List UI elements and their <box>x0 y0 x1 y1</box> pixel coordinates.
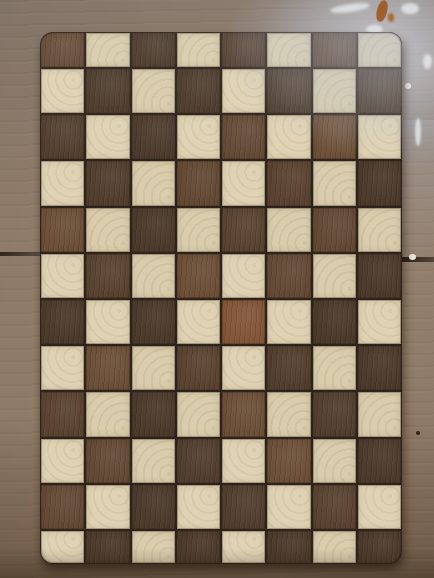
square-r9c2[interactable] <box>86 392 129 436</box>
square-r6c2[interactable] <box>86 254 129 298</box>
square-r10c8[interactable] <box>358 439 401 483</box>
square-r3c8[interactable] <box>358 115 401 159</box>
square-r8c8[interactable] <box>358 346 401 390</box>
square-r4c4[interactable] <box>177 161 220 205</box>
square-r11c1[interactable] <box>41 485 84 529</box>
photo-scene <box>0 0 434 578</box>
square-r2c4[interactable] <box>177 69 220 113</box>
square-r11c5[interactable] <box>222 485 265 529</box>
bottom-shadow <box>0 548 434 578</box>
square-r1c1[interactable] <box>41 33 84 67</box>
square-r7c4[interactable] <box>177 300 220 344</box>
square-r6c3[interactable] <box>132 254 175 298</box>
square-r11c4[interactable] <box>177 485 220 529</box>
square-r2c5[interactable] <box>222 69 265 113</box>
square-r7c5[interactable] <box>222 300 265 344</box>
square-r5c4[interactable] <box>177 208 220 252</box>
square-r3c5[interactable] <box>222 115 265 159</box>
square-r10c6[interactable] <box>267 439 310 483</box>
square-r1c6[interactable] <box>267 33 310 67</box>
square-r1c7[interactable] <box>313 33 356 67</box>
square-r10c7[interactable] <box>313 439 356 483</box>
square-r2c3[interactable] <box>132 69 175 113</box>
square-r1c8[interactable] <box>358 33 401 67</box>
square-r5c8[interactable] <box>358 208 401 252</box>
square-r9c6[interactable] <box>267 392 310 436</box>
square-r4c6[interactable] <box>267 161 310 205</box>
square-r3c2[interactable] <box>86 115 129 159</box>
square-r8c2[interactable] <box>86 346 129 390</box>
square-r10c1[interactable] <box>41 439 84 483</box>
square-r1c4[interactable] <box>177 33 220 67</box>
square-r9c4[interactable] <box>177 392 220 436</box>
square-r10c5[interactable] <box>222 439 265 483</box>
square-r9c7[interactable] <box>313 392 356 436</box>
cutting-board <box>40 32 402 564</box>
square-r6c7[interactable] <box>313 254 356 298</box>
square-r1c2[interactable] <box>86 33 129 67</box>
square-r9c5[interactable] <box>222 392 265 436</box>
square-r8c1[interactable] <box>41 346 84 390</box>
square-r10c2[interactable] <box>86 439 129 483</box>
square-r5c1[interactable] <box>41 208 84 252</box>
square-r8c5[interactable] <box>222 346 265 390</box>
square-r5c7[interactable] <box>313 208 356 252</box>
square-r11c8[interactable] <box>358 485 401 529</box>
square-r5c2[interactable] <box>86 208 129 252</box>
square-r3c3[interactable] <box>132 115 175 159</box>
square-r4c3[interactable] <box>132 161 175 205</box>
square-r6c1[interactable] <box>41 254 84 298</box>
square-r4c1[interactable] <box>41 161 84 205</box>
square-r8c3[interactable] <box>132 346 175 390</box>
square-r4c7[interactable] <box>313 161 356 205</box>
square-r8c7[interactable] <box>313 346 356 390</box>
square-r10c3[interactable] <box>132 439 175 483</box>
square-r7c7[interactable] <box>313 300 356 344</box>
square-r11c3[interactable] <box>132 485 175 529</box>
square-r3c6[interactable] <box>267 115 310 159</box>
square-r5c6[interactable] <box>267 208 310 252</box>
square-r6c5[interactable] <box>222 254 265 298</box>
square-r11c2[interactable] <box>86 485 129 529</box>
square-r9c8[interactable] <box>358 392 401 436</box>
square-r2c7[interactable] <box>313 69 356 113</box>
square-r6c8[interactable] <box>358 254 401 298</box>
square-r11c7[interactable] <box>313 485 356 529</box>
square-r3c7[interactable] <box>313 115 356 159</box>
square-r8c4[interactable] <box>177 346 220 390</box>
square-r6c6[interactable] <box>267 254 310 298</box>
square-r2c1[interactable] <box>41 69 84 113</box>
square-r7c3[interactable] <box>132 300 175 344</box>
square-r3c1[interactable] <box>41 115 84 159</box>
square-r9c1[interactable] <box>41 392 84 436</box>
square-r11c6[interactable] <box>267 485 310 529</box>
square-r10c4[interactable] <box>177 439 220 483</box>
square-r4c5[interactable] <box>222 161 265 205</box>
square-r5c5[interactable] <box>222 208 265 252</box>
square-r3c4[interactable] <box>177 115 220 159</box>
square-r6c4[interactable] <box>177 254 220 298</box>
square-r5c3[interactable] <box>132 208 175 252</box>
square-r1c3[interactable] <box>132 33 175 67</box>
square-r4c8[interactable] <box>358 161 401 205</box>
square-r9c3[interactable] <box>132 392 175 436</box>
square-r8c6[interactable] <box>267 346 310 390</box>
square-r2c2[interactable] <box>86 69 129 113</box>
square-r4c2[interactable] <box>86 161 129 205</box>
square-r1c5[interactable] <box>222 33 265 67</box>
square-r2c8[interactable] <box>358 69 401 113</box>
square-r7c2[interactable] <box>86 300 129 344</box>
square-r7c8[interactable] <box>358 300 401 344</box>
square-r7c1[interactable] <box>41 300 84 344</box>
square-r7c6[interactable] <box>267 300 310 344</box>
square-r2c6[interactable] <box>267 69 310 113</box>
